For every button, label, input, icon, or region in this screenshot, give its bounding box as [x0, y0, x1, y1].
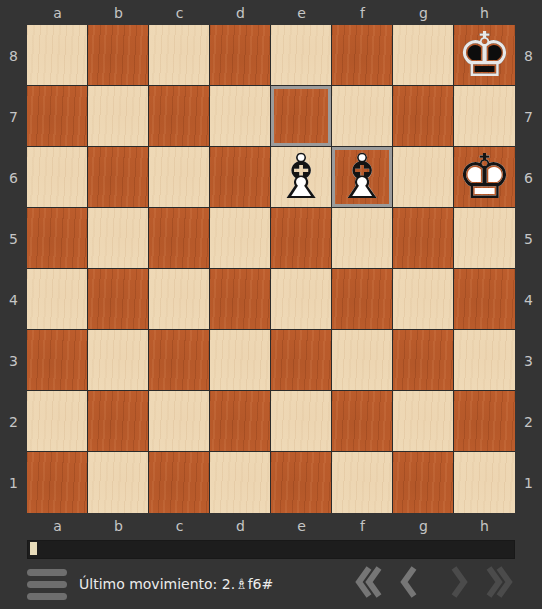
file-label: b — [88, 513, 149, 538]
square-g5[interactable] — [393, 208, 454, 269]
single-left-chevron — [399, 565, 419, 603]
square-g7[interactable] — [393, 86, 454, 147]
file-label: a — [27, 513, 88, 538]
chess-board: abcdefgh8♚♔8776♝♗♝♗♚♔65544332211abcdefgh — [0, 0, 542, 538]
square-e1[interactable] — [271, 452, 332, 513]
square-b5[interactable] — [88, 208, 149, 269]
file-label: b — [88, 0, 149, 25]
square-e2[interactable] — [271, 391, 332, 452]
square-c6[interactable] — [149, 147, 210, 208]
square-e7[interactable] — [271, 86, 332, 147]
move-navigation — [353, 565, 515, 603]
square-h5[interactable] — [454, 208, 515, 269]
square-b8[interactable] — [88, 25, 149, 86]
square-c3[interactable] — [149, 330, 210, 391]
square-g3[interactable] — [393, 330, 454, 391]
board-corner — [0, 513, 27, 538]
white-king-glyph: ♔ — [454, 147, 515, 207]
square-h8[interactable]: ♚♔ — [454, 25, 515, 86]
square-d7[interactable] — [210, 86, 271, 147]
square-a3[interactable] — [27, 330, 88, 391]
square-c8[interactable] — [149, 25, 210, 86]
square-a5[interactable] — [27, 208, 88, 269]
square-a6[interactable] — [27, 147, 88, 208]
square-b4[interactable] — [88, 269, 149, 330]
square-f3[interactable] — [332, 330, 393, 391]
white-bishop-glyph: ♝ — [271, 147, 331, 207]
white-bishop: ♝♗ — [271, 147, 331, 207]
square-h3[interactable] — [454, 330, 515, 391]
rank-label: 2 — [515, 391, 542, 452]
rank-label: 6 — [515, 147, 542, 208]
square-g2[interactable] — [393, 391, 454, 452]
file-label: f — [332, 0, 393, 25]
square-c4[interactable] — [149, 269, 210, 330]
nav-last-button — [485, 565, 515, 603]
nav-first-button[interactable] — [353, 565, 383, 603]
white-bishop-glyph: ♝ — [332, 147, 392, 207]
white-bishop: ♝♗ — [332, 147, 392, 207]
square-d3[interactable] — [210, 330, 271, 391]
rank-label: 5 — [0, 208, 27, 269]
square-e3[interactable] — [271, 330, 332, 391]
square-h1[interactable] — [454, 452, 515, 513]
menu-button[interactable] — [27, 569, 67, 600]
square-b1[interactable] — [88, 452, 149, 513]
square-c7[interactable] — [149, 86, 210, 147]
bottom-toolbar: Último movimiento: 2.♗f6# — [0, 559, 542, 609]
square-g6[interactable] — [393, 147, 454, 208]
square-e6[interactable]: ♝♗ — [271, 147, 332, 208]
hamburger-icon — [27, 581, 67, 588]
file-label: c — [149, 513, 210, 538]
square-d5[interactable] — [210, 208, 271, 269]
square-g8[interactable] — [393, 25, 454, 86]
hamburger-icon — [27, 593, 67, 600]
progress-marker — [30, 542, 37, 555]
double-left-chevron — [353, 565, 383, 603]
file-label: d — [210, 0, 271, 25]
file-label: e — [271, 0, 332, 25]
chess-app: abcdefgh8♚♔8776♝♗♝♗♚♔65544332211abcdefgh… — [0, 0, 542, 609]
square-b3[interactable] — [88, 330, 149, 391]
square-e4[interactable] — [271, 269, 332, 330]
square-b2[interactable] — [88, 391, 149, 452]
square-h7[interactable] — [454, 86, 515, 147]
square-e8[interactable] — [271, 25, 332, 86]
square-b7[interactable] — [88, 86, 149, 147]
square-a2[interactable] — [27, 391, 88, 452]
white-bishop-glyph: ♗ — [332, 147, 392, 207]
rank-label: 1 — [0, 452, 27, 513]
square-c2[interactable] — [149, 391, 210, 452]
rank-label: 1 — [515, 452, 542, 513]
black-king-glyph: ♚ — [454, 25, 515, 85]
square-b6[interactable] — [88, 147, 149, 208]
file-label: f — [332, 513, 393, 538]
square-d4[interactable] — [210, 269, 271, 330]
file-label: a — [27, 0, 88, 25]
hamburger-icon — [27, 569, 67, 576]
square-a8[interactable] — [27, 25, 88, 86]
rank-label: 4 — [515, 269, 542, 330]
board-corner — [515, 0, 542, 25]
rank-label: 2 — [0, 391, 27, 452]
square-d8[interactable] — [210, 25, 271, 86]
last-move-status: Último movimiento: 2.♗f6# — [79, 576, 273, 592]
rank-label: 3 — [515, 330, 542, 391]
double-right-chevron — [485, 565, 515, 603]
rank-label: 6 — [0, 147, 27, 208]
rank-label: 7 — [515, 86, 542, 147]
file-label: e — [271, 513, 332, 538]
file-label: h — [454, 513, 515, 538]
rank-label: 3 — [0, 330, 27, 391]
square-g1[interactable] — [393, 452, 454, 513]
square-f1[interactable] — [332, 452, 393, 513]
square-g4[interactable] — [393, 269, 454, 330]
square-d2[interactable] — [210, 391, 271, 452]
single-right-chevron — [449, 565, 469, 603]
white-bishop-glyph: ♗ — [271, 147, 331, 207]
black-king: ♚♔ — [454, 25, 515, 85]
square-f7[interactable] — [332, 86, 393, 147]
square-f5[interactable] — [332, 208, 393, 269]
square-e5[interactable] — [271, 208, 332, 269]
move-progress-bar[interactable] — [27, 540, 515, 559]
square-c5[interactable] — [149, 208, 210, 269]
square-h4[interactable] — [454, 269, 515, 330]
nav-previous-button[interactable] — [399, 565, 419, 603]
square-f6[interactable]: ♝♗ — [332, 147, 393, 208]
square-a4[interactable] — [27, 269, 88, 330]
square-f8[interactable] — [332, 25, 393, 86]
board-corner — [0, 0, 27, 25]
black-king-glyph: ♔ — [454, 25, 515, 85]
rank-label: 5 — [515, 208, 542, 269]
square-f4[interactable] — [332, 269, 393, 330]
rank-label: 8 — [515, 25, 542, 86]
nav-next-button — [449, 565, 469, 603]
square-h6[interactable]: ♚♔ — [454, 147, 515, 208]
rank-label: 8 — [0, 25, 27, 86]
board-corner — [515, 513, 542, 538]
square-f2[interactable] — [332, 391, 393, 452]
rank-label: 7 — [0, 86, 27, 147]
square-d1[interactable] — [210, 452, 271, 513]
white-king-glyph: ♚ — [454, 147, 515, 207]
file-label: d — [210, 513, 271, 538]
file-label: h — [454, 0, 515, 25]
square-d6[interactable] — [210, 147, 271, 208]
square-c1[interactable] — [149, 452, 210, 513]
square-a7[interactable] — [27, 86, 88, 147]
file-label: g — [393, 0, 454, 25]
white-king: ♚♔ — [454, 147, 515, 207]
file-label: c — [149, 0, 210, 25]
rank-label: 4 — [0, 269, 27, 330]
file-label: g — [393, 513, 454, 538]
square-h2[interactable] — [454, 391, 515, 452]
square-a1[interactable] — [27, 452, 88, 513]
